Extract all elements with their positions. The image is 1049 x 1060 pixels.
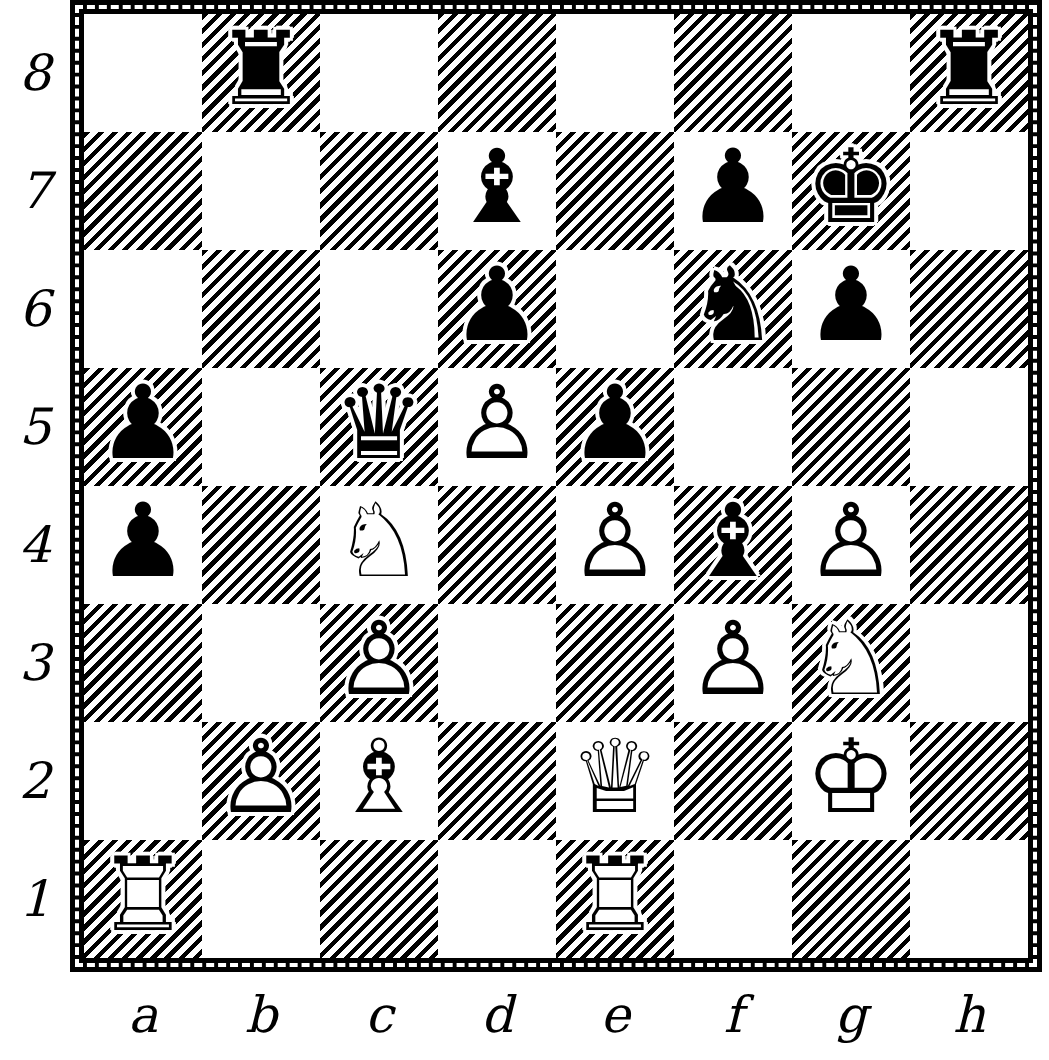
black-rook-glyph: ♜ <box>215 18 306 120</box>
square-e8[interactable] <box>556 14 674 132</box>
square-g3[interactable]: ♞♘ <box>792 604 910 722</box>
white-pawn-glyph: ♙ <box>569 490 660 592</box>
white-pawn-glyph: ♙ <box>687 608 778 710</box>
square-d3[interactable] <box>438 604 556 722</box>
chess-board: ♜♜♜♜♝♝♟♟♚♚♟♟♞♞♟♟♟♟♛♛♟♙♟♟♟♟♞♘♟♙♝♝♟♙♟♙♟♙♞♘… <box>84 14 1028 958</box>
rank-labels: 8 7 6 5 4 3 2 1 <box>0 0 70 972</box>
square-f2[interactable] <box>674 722 792 840</box>
square-c2[interactable]: ♝♗ <box>320 722 438 840</box>
white-pawn[interactable]: ♟♙ <box>438 368 556 486</box>
file-label-e: e <box>600 990 630 1040</box>
white-pawn-glyph: ♙ <box>333 608 424 710</box>
square-f6[interactable]: ♞♞ <box>674 250 792 368</box>
white-knight-glyph: ♘ <box>333 490 424 592</box>
square-h4[interactable] <box>910 486 1028 604</box>
white-pawn[interactable]: ♟♙ <box>792 486 910 604</box>
black-rook[interactable]: ♜♜ <box>910 14 1028 132</box>
square-b5[interactable] <box>202 368 320 486</box>
black-pawn-glyph: ♟ <box>805 254 896 356</box>
square-e1[interactable]: ♜♖ <box>556 840 674 958</box>
square-b3[interactable] <box>202 604 320 722</box>
square-d4[interactable] <box>438 486 556 604</box>
rank-label-3: 3 <box>19 638 51 688</box>
square-e7[interactable] <box>556 132 674 250</box>
square-f1[interactable] <box>674 840 792 958</box>
square-f3[interactable]: ♟♙ <box>674 604 792 722</box>
square-h1[interactable] <box>910 840 1028 958</box>
board-frame: ♜♜♜♜♝♝♟♟♚♚♟♟♞♞♟♟♟♟♛♛♟♙♟♟♟♟♞♘♟♙♝♝♟♙♟♙♟♙♞♘… <box>70 0 1042 972</box>
black-queen[interactable]: ♛♛ <box>320 368 438 486</box>
black-rook[interactable]: ♜♜ <box>202 14 320 132</box>
square-e4[interactable]: ♟♙ <box>556 486 674 604</box>
white-knight[interactable]: ♞♘ <box>320 486 438 604</box>
square-g2[interactable]: ♚♔ <box>792 722 910 840</box>
square-f8[interactable] <box>674 14 792 132</box>
white-queen-glyph: ♕ <box>569 726 660 828</box>
file-labels: a b c d e f g h <box>70 972 1049 1058</box>
square-f4[interactable]: ♝♝ <box>674 486 792 604</box>
white-pawn[interactable]: ♟♙ <box>320 604 438 722</box>
rank-label-4: 4 <box>19 520 51 570</box>
white-knight-glyph: ♘ <box>805 608 896 710</box>
square-b4[interactable] <box>202 486 320 604</box>
black-knight-glyph: ♞ <box>687 254 778 356</box>
square-a8[interactable] <box>84 14 202 132</box>
file-label-f: f <box>724 990 743 1040</box>
square-e6[interactable] <box>556 250 674 368</box>
square-c6[interactable] <box>320 250 438 368</box>
rank-label-6: 6 <box>19 284 51 334</box>
square-d6[interactable]: ♟♟ <box>438 250 556 368</box>
white-pawn[interactable]: ♟♙ <box>202 722 320 840</box>
square-b7[interactable] <box>202 132 320 250</box>
white-rook-glyph: ♖ <box>569 844 660 946</box>
file-label-b: b <box>245 990 277 1040</box>
square-c5[interactable]: ♛♛ <box>320 368 438 486</box>
black-pawn[interactable]: ♟♟ <box>84 486 202 604</box>
black-pawn-glyph: ♟ <box>97 372 188 474</box>
black-bishop[interactable]: ♝♝ <box>438 132 556 250</box>
white-bishop-glyph: ♗ <box>333 726 424 828</box>
rank-label-2: 2 <box>19 756 51 806</box>
white-pawn-glyph: ♙ <box>451 372 542 474</box>
white-king[interactable]: ♚♔ <box>792 722 910 840</box>
black-bishop[interactable]: ♝♝ <box>674 486 792 604</box>
black-pawn[interactable]: ♟♟ <box>674 132 792 250</box>
square-d7[interactable]: ♝♝ <box>438 132 556 250</box>
black-pawn-glyph: ♟ <box>569 372 660 474</box>
white-rook[interactable]: ♜♖ <box>556 840 674 958</box>
square-f7[interactable]: ♟♟ <box>674 132 792 250</box>
white-rook[interactable]: ♜♖ <box>84 840 202 958</box>
square-d1[interactable] <box>438 840 556 958</box>
square-g6[interactable]: ♟♟ <box>792 250 910 368</box>
square-e3[interactable] <box>556 604 674 722</box>
square-d8[interactable] <box>438 14 556 132</box>
square-h2[interactable] <box>910 722 1028 840</box>
black-pawn[interactable]: ♟♟ <box>792 250 910 368</box>
square-h6[interactable] <box>910 250 1028 368</box>
square-b8[interactable]: ♜♜ <box>202 14 320 132</box>
file-label-g: g <box>835 990 867 1040</box>
white-pawn-glyph: ♙ <box>805 490 896 592</box>
square-g5[interactable] <box>792 368 910 486</box>
square-c4[interactable]: ♞♘ <box>320 486 438 604</box>
white-pawn-glyph: ♙ <box>215 726 306 828</box>
square-c3[interactable]: ♟♙ <box>320 604 438 722</box>
square-g1[interactable] <box>792 840 910 958</box>
rank-label-5: 5 <box>19 402 51 452</box>
square-g4[interactable]: ♟♙ <box>792 486 910 604</box>
square-c1[interactable] <box>320 840 438 958</box>
square-e2[interactable]: ♛♕ <box>556 722 674 840</box>
square-b6[interactable] <box>202 250 320 368</box>
square-h5[interactable] <box>910 368 1028 486</box>
file-label-a: a <box>128 990 158 1040</box>
file-label-h: h <box>953 990 985 1040</box>
white-knight[interactable]: ♞♘ <box>792 604 910 722</box>
black-queen-glyph: ♛ <box>333 372 424 474</box>
black-bishop-glyph: ♝ <box>451 136 542 238</box>
rank-label-8: 8 <box>19 48 51 98</box>
square-b1[interactable] <box>202 840 320 958</box>
square-b2[interactable]: ♟♙ <box>202 722 320 840</box>
square-f5[interactable] <box>674 368 792 486</box>
black-knight[interactable]: ♞♞ <box>674 250 792 368</box>
square-a7[interactable] <box>84 132 202 250</box>
square-c7[interactable] <box>320 132 438 250</box>
corner-spacer <box>0 972 70 1058</box>
square-a1[interactable]: ♜♖ <box>84 840 202 958</box>
square-h3[interactable] <box>910 604 1028 722</box>
white-bishop[interactable]: ♝♗ <box>320 722 438 840</box>
black-pawn-glyph: ♟ <box>687 136 778 238</box>
square-d2[interactable] <box>438 722 556 840</box>
black-pawn-glyph: ♟ <box>451 254 542 356</box>
white-pawn[interactable]: ♟♙ <box>674 604 792 722</box>
rank-label-1: 1 <box>19 874 51 924</box>
white-pawn[interactable]: ♟♙ <box>556 486 674 604</box>
black-king[interactable]: ♚♚ <box>792 132 910 250</box>
white-queen[interactable]: ♛♕ <box>556 722 674 840</box>
black-pawn[interactable]: ♟♟ <box>438 250 556 368</box>
black-king-glyph: ♚ <box>805 136 896 238</box>
square-a3[interactable] <box>84 604 202 722</box>
square-g7[interactable]: ♚♚ <box>792 132 910 250</box>
black-pawn[interactable]: ♟♟ <box>84 368 202 486</box>
black-rook-glyph: ♜ <box>923 18 1014 120</box>
square-e5[interactable]: ♟♟ <box>556 368 674 486</box>
white-king-glyph: ♔ <box>805 726 896 828</box>
file-label-d: d <box>481 990 513 1040</box>
rank-label-7: 7 <box>19 166 51 216</box>
square-g8[interactable] <box>792 14 910 132</box>
square-h8[interactable]: ♜♜ <box>910 14 1028 132</box>
square-d5[interactable]: ♟♙ <box>438 368 556 486</box>
black-pawn[interactable]: ♟♟ <box>556 368 674 486</box>
black-pawn-glyph: ♟ <box>97 490 188 592</box>
square-a4[interactable]: ♟♟ <box>84 486 202 604</box>
white-rook-glyph: ♖ <box>97 844 188 946</box>
square-a6[interactable] <box>84 250 202 368</box>
square-a2[interactable] <box>84 722 202 840</box>
chess-diagram: 8 7 6 5 4 3 2 1 ♜♜♜♜♝♝♟♟♚♚♟♟♞♞♟♟♟♟♛♛♟♙♟♟… <box>0 0 1049 1058</box>
square-c8[interactable] <box>320 14 438 132</box>
file-label-c: c <box>365 990 393 1040</box>
square-a5[interactable]: ♟♟ <box>84 368 202 486</box>
black-bishop-glyph: ♝ <box>687 490 778 592</box>
square-h7[interactable] <box>910 132 1028 250</box>
